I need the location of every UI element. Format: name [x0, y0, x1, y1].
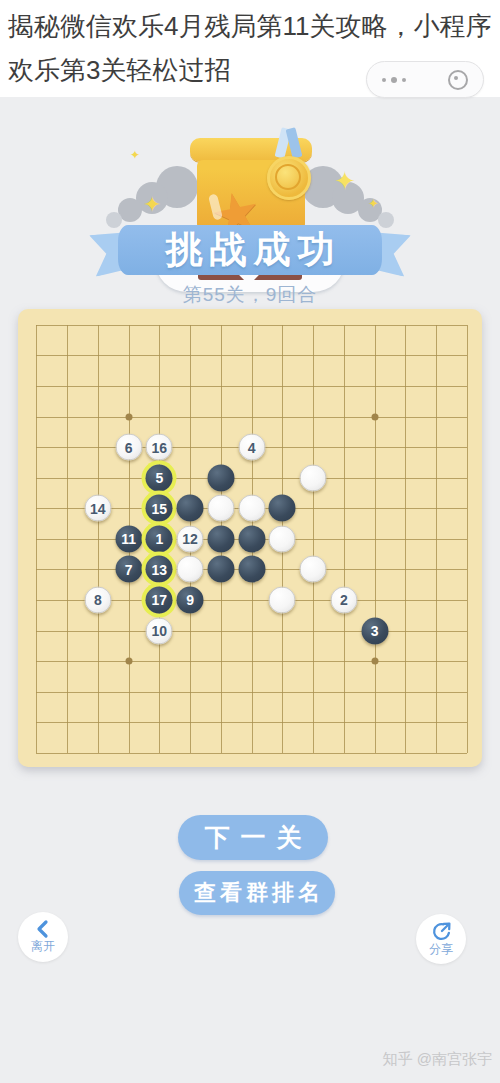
stone-white: [300, 556, 327, 583]
stone-white: [238, 495, 265, 522]
group-ranking-button[interactable]: 查看群排名: [179, 871, 335, 915]
grid-line: [313, 325, 314, 753]
grid-line: [375, 325, 376, 753]
sparkle-icon: ✦: [368, 196, 379, 211]
leave-button[interactable]: 离开: [18, 912, 68, 962]
grid-line: [36, 722, 467, 723]
share-label: 分享: [429, 941, 453, 958]
stone-white-move-8: 8: [84, 586, 111, 613]
level-round-info: 第55关，9回合: [0, 282, 500, 308]
move-number: 1: [155, 531, 163, 547]
stone-white-move-6: 6: [115, 434, 142, 461]
stone-white: [269, 525, 296, 552]
share-arrow-icon: [431, 921, 452, 942]
move-number: 13: [152, 561, 168, 577]
move-number: 12: [182, 531, 198, 547]
stone-black-move-9: 9: [177, 586, 204, 613]
move-number: 5: [155, 470, 163, 486]
stone-white-move-12: 12: [177, 525, 204, 552]
move-number: 4: [248, 439, 256, 455]
stone-white: [177, 556, 204, 583]
stone-black-move-5: 5: [146, 464, 173, 491]
star-point: [125, 413, 132, 420]
leave-label: 离开: [31, 938, 55, 955]
stone-white-move-16: 16: [146, 434, 173, 461]
stone-black: [238, 556, 265, 583]
next-level-button[interactable]: 下一关: [178, 815, 328, 860]
more-menu-icon[interactable]: [382, 77, 406, 83]
sparkle-icon: ✦: [143, 192, 161, 218]
stone-white: [300, 464, 327, 491]
stone-black-move-1: 1: [146, 525, 173, 552]
chevron-left-icon: [33, 919, 53, 939]
stone-black: [207, 556, 234, 583]
stone-black: [269, 495, 296, 522]
grid-line: [36, 753, 467, 754]
medal-icon: [267, 156, 311, 200]
stone-black-move-11: 11: [115, 525, 142, 552]
move-number: 9: [186, 592, 194, 608]
share-button[interactable]: 分享: [416, 914, 466, 964]
stone-black: [207, 525, 234, 552]
stone-black: [177, 495, 204, 522]
stone-white: [207, 495, 234, 522]
stone-black: [238, 525, 265, 552]
move-number: 7: [125, 561, 133, 577]
star-point: [371, 413, 378, 420]
grid-line: [36, 661, 467, 662]
stone-black-move-7: 7: [115, 556, 142, 583]
move-number: 2: [340, 592, 348, 608]
move-number: 14: [90, 500, 106, 516]
screenshot-page: 揭秘微信欢乐4月残局第11关攻略，小程序欢乐第3关轻松过招 ★ ✦ ✦ ✦ ✦: [0, 0, 500, 1083]
stone-black-move-17: 17: [146, 586, 173, 613]
stone-black-move-13: 13: [146, 556, 173, 583]
move-number: 8: [94, 592, 102, 608]
gomoku-board: 6164514151111271381792103: [18, 309, 482, 767]
close-capsule-icon[interactable]: [448, 70, 468, 90]
stone-black-move-3: 3: [361, 617, 388, 644]
move-number: 3: [371, 623, 379, 639]
move-number: 15: [152, 500, 168, 516]
stone-white-move-2: 2: [330, 586, 357, 613]
grid-line: [436, 325, 437, 753]
move-number: 16: [152, 439, 168, 455]
watermark: 知乎 @南宫张宇: [383, 1050, 492, 1069]
stone-black: [207, 464, 234, 491]
challenge-success-banner: ★ ✦ ✦ ✦ ✦ 挑战成功 第55关，9回合: [0, 108, 500, 308]
star-point: [125, 658, 132, 665]
move-number: 17: [152, 592, 168, 608]
grid-line: [405, 325, 406, 753]
move-number: 11: [121, 531, 136, 547]
grid-line: [344, 325, 345, 753]
stone-white-move-10: 10: [146, 617, 173, 644]
grid-line: [36, 692, 467, 693]
grid-line: [467, 325, 468, 753]
stone-white: [269, 586, 296, 613]
sparkle-icon: ✦: [334, 166, 356, 197]
miniprogram-capsule[interactable]: [366, 61, 484, 98]
stone-black-move-15: 15: [146, 495, 173, 522]
banner-title: 挑战成功: [118, 225, 382, 275]
stone-white-move-4: 4: [238, 434, 265, 461]
sparkle-icon: ✦: [130, 148, 140, 162]
move-number: 10: [152, 623, 168, 639]
move-number: 6: [125, 439, 133, 455]
stone-white-move-14: 14: [84, 495, 111, 522]
grid-line: [36, 631, 467, 632]
star-point: [371, 658, 378, 665]
